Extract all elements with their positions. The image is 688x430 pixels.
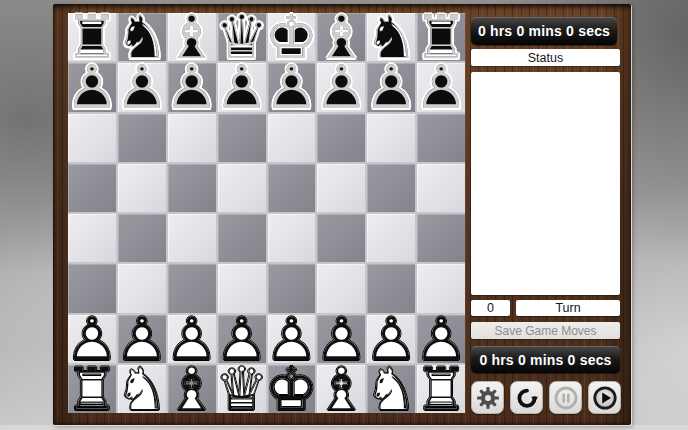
restart-icon — [515, 386, 539, 410]
square-d2[interactable]: ♟♙ — [218, 315, 266, 363]
white-knight[interactable]: ♞♘ — [367, 365, 415, 413]
square-g6[interactable] — [367, 114, 415, 162]
square-a5[interactable] — [68, 164, 116, 212]
square-a4[interactable] — [68, 214, 116, 262]
square-b6[interactable] — [118, 114, 166, 162]
square-h6[interactable] — [417, 114, 465, 162]
square-e5[interactable] — [268, 164, 316, 212]
timer-top: 0 hrs 0 mins 0 secs — [471, 17, 617, 45]
square-h8[interactable]: ♜♖ — [417, 13, 465, 61]
square-c5[interactable] — [168, 164, 216, 212]
black-bishop[interactable]: ♝♗ — [317, 13, 365, 61]
square-f4[interactable] — [317, 214, 365, 262]
play-icon — [592, 385, 618, 411]
status-message-panel — [471, 72, 620, 295]
black-pawn[interactable]: ♟♙ — [317, 63, 365, 111]
square-f1[interactable]: ♝♗ — [317, 365, 365, 413]
gear-icon — [476, 386, 500, 410]
square-h3[interactable] — [417, 264, 465, 312]
black-pawn[interactable]: ♟♙ — [168, 63, 216, 111]
chess-board: ♜♖♞♘♝♗♛♕♚♔♝♗♞♘♜♖♟♙♟♙♟♙♟♙♟♙♟♙♟♙♟♙♟♙♟♙♟♙♟♙… — [68, 13, 465, 413]
square-d7[interactable]: ♟♙ — [218, 63, 266, 111]
square-g2[interactable]: ♟♙ — [367, 315, 415, 363]
white-pawn[interactable]: ♟♙ — [168, 315, 216, 363]
square-d8[interactable]: ♛♕ — [218, 13, 266, 61]
square-d5[interactable] — [218, 164, 266, 212]
play-button[interactable] — [588, 381, 621, 414]
square-h4[interactable] — [417, 214, 465, 262]
black-knight[interactable]: ♞♘ — [118, 13, 166, 61]
save-game-moves-button[interactable]: Save Game Moves — [471, 322, 620, 339]
restart-button[interactable] — [510, 381, 543, 414]
square-b2[interactable]: ♟♙ — [118, 315, 166, 363]
timer-bottom: 0 hrs 0 mins 0 secs — [471, 346, 620, 373]
square-e8[interactable]: ♚♔ — [268, 13, 316, 61]
square-a6[interactable] — [68, 114, 116, 162]
black-bishop[interactable]: ♝♗ — [168, 13, 216, 61]
square-c8[interactable]: ♝♗ — [168, 13, 216, 61]
move-count-field: 0 — [471, 300, 510, 316]
square-e7[interactable]: ♟♙ — [268, 63, 316, 111]
square-c3[interactable] — [168, 264, 216, 312]
square-a7[interactable]: ♟♙ — [68, 63, 116, 111]
white-pawn[interactable]: ♟♙ — [317, 315, 365, 363]
square-d4[interactable] — [218, 214, 266, 262]
square-b3[interactable] — [118, 264, 166, 312]
white-rook[interactable]: ♜♖ — [417, 365, 465, 413]
square-g5[interactable] — [367, 164, 415, 212]
square-f8[interactable]: ♝♗ — [317, 13, 365, 61]
square-e2[interactable]: ♟♙ — [268, 315, 316, 363]
square-h7[interactable]: ♟♙ — [417, 63, 465, 111]
square-c7[interactable]: ♟♙ — [168, 63, 216, 111]
square-f5[interactable] — [317, 164, 365, 212]
square-e3[interactable] — [268, 264, 316, 312]
square-g1[interactable]: ♞♘ — [367, 365, 415, 413]
square-b4[interactable] — [118, 214, 166, 262]
square-f3[interactable] — [317, 264, 365, 312]
status-header: Status — [471, 49, 620, 66]
white-king[interactable]: ♚♔ — [268, 365, 316, 413]
black-pawn[interactable]: ♟♙ — [118, 63, 166, 111]
square-b5[interactable] — [118, 164, 166, 212]
square-e6[interactable] — [268, 114, 316, 162]
settings-button[interactable] — [471, 381, 504, 414]
square-g8[interactable]: ♞♘ — [367, 13, 415, 61]
turn-field: Turn — [516, 300, 620, 316]
black-king[interactable]: ♚♔ — [268, 13, 316, 61]
black-pawn[interactable]: ♟♙ — [268, 63, 316, 111]
white-rook[interactable]: ♜♖ — [68, 365, 116, 413]
white-queen[interactable]: ♛♕ — [218, 365, 266, 413]
black-pawn[interactable]: ♟♙ — [68, 63, 116, 111]
black-pawn[interactable]: ♟♙ — [417, 63, 465, 111]
white-pawn[interactable]: ♟♙ — [268, 315, 316, 363]
white-pawn[interactable]: ♟♙ — [218, 315, 266, 363]
white-bishop[interactable]: ♝♗ — [317, 365, 365, 413]
square-h2[interactable]: ♟♙ — [417, 315, 465, 363]
white-pawn[interactable]: ♟♙ — [417, 315, 465, 363]
square-c2[interactable]: ♟♙ — [168, 315, 216, 363]
white-bishop[interactable]: ♝♗ — [168, 365, 216, 413]
square-f7[interactable]: ♟♙ — [317, 63, 365, 111]
square-a3[interactable] — [68, 264, 116, 312]
square-f2[interactable]: ♟♙ — [317, 315, 365, 363]
black-knight[interactable]: ♞♘ — [367, 13, 415, 61]
square-h5[interactable] — [417, 164, 465, 212]
square-b1[interactable]: ♞♘ — [118, 365, 166, 413]
square-c4[interactable] — [168, 214, 216, 262]
square-g3[interactable] — [367, 264, 415, 312]
white-knight[interactable]: ♞♘ — [118, 365, 166, 413]
square-f6[interactable] — [317, 114, 365, 162]
square-a8[interactable]: ♜♖ — [68, 13, 116, 61]
square-c6[interactable] — [168, 114, 216, 162]
pause-icon — [553, 385, 579, 411]
white-pawn[interactable]: ♟♙ — [367, 315, 415, 363]
white-pawn[interactable]: ♟♙ — [68, 315, 116, 363]
pause-button[interactable] — [549, 381, 582, 414]
square-e1[interactable]: ♚♔ — [268, 365, 316, 413]
square-d3[interactable] — [218, 264, 266, 312]
chess-app-window: ♜♖♞♘♝♗♛♕♚♔♝♗♞♘♜♖♟♙♟♙♟♙♟♙♟♙♟♙♟♙♟♙♟♙♟♙♟♙♟♙… — [53, 4, 631, 425]
square-a1[interactable]: ♜♖ — [68, 365, 116, 413]
black-queen[interactable]: ♛♕ — [218, 13, 266, 61]
white-pawn[interactable]: ♟♙ — [118, 315, 166, 363]
black-rook[interactable]: ♜♖ — [417, 13, 465, 61]
square-e4[interactable] — [268, 214, 316, 262]
square-d6[interactable] — [218, 114, 266, 162]
square-b7[interactable]: ♟♙ — [118, 63, 166, 111]
square-b8[interactable]: ♞♘ — [118, 13, 166, 61]
square-h1[interactable]: ♜♖ — [417, 365, 465, 413]
square-c1[interactable]: ♝♗ — [168, 365, 216, 413]
black-pawn[interactable]: ♟♙ — [367, 63, 415, 111]
background-floor-strip — [0, 425, 688, 430]
square-d1[interactable]: ♛♕ — [218, 365, 266, 413]
square-a2[interactable]: ♟♙ — [68, 315, 116, 363]
black-pawn[interactable]: ♟♙ — [218, 63, 266, 111]
square-g7[interactable]: ♟♙ — [367, 63, 415, 111]
screen: ♜♖♞♘♝♗♛♕♚♔♝♗♞♘♜♖♟♙♟♙♟♙♟♙♟♙♟♙♟♙♟♙♟♙♟♙♟♙♟♙… — [0, 0, 688, 430]
black-rook[interactable]: ♜♖ — [68, 13, 116, 61]
square-g4[interactable] — [367, 214, 415, 262]
